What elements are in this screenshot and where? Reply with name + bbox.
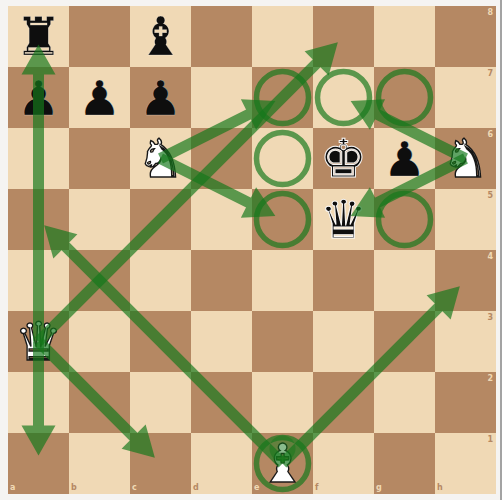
white-knight[interactable]: ♞ — [130, 128, 191, 189]
square-b1[interactable] — [69, 433, 130, 494]
square-e8[interactable] — [252, 6, 313, 67]
square-g4[interactable] — [374, 250, 435, 311]
square-d7[interactable] — [191, 67, 252, 128]
page: 87654321abcdefgh♜♝♟♟♟♞♚♟♞♛♛♝ — [0, 0, 502, 500]
square-g8[interactable] — [374, 6, 435, 67]
rank-label-2: 2 — [487, 375, 493, 383]
square-f1[interactable] — [313, 433, 374, 494]
rank-label-6: 6 — [487, 131, 493, 139]
rank-label-1: 1 — [487, 436, 493, 444]
square-e6[interactable] — [252, 128, 313, 189]
square-b5[interactable] — [69, 189, 130, 250]
file-label-g: g — [376, 484, 382, 492]
rank-label-7: 7 — [487, 70, 493, 78]
square-g3[interactable] — [374, 311, 435, 372]
square-b3[interactable] — [69, 311, 130, 372]
square-f2[interactable] — [313, 372, 374, 433]
square-c1[interactable] — [130, 433, 191, 494]
square-g5[interactable] — [374, 189, 435, 250]
file-label-c: c — [132, 484, 137, 492]
file-label-e: e — [254, 484, 259, 492]
square-d4[interactable] — [191, 250, 252, 311]
rank-label-5: 5 — [487, 192, 493, 200]
square-c2[interactable] — [130, 372, 191, 433]
square-f4[interactable] — [313, 250, 374, 311]
black-bishop[interactable]: ♝ — [130, 6, 191, 67]
square-c3[interactable] — [130, 311, 191, 372]
rank-label-3: 3 — [487, 314, 493, 322]
rank-label-8: 8 — [487, 9, 493, 17]
rank-label-4: 4 — [487, 253, 493, 261]
square-d6[interactable] — [191, 128, 252, 189]
square-a2[interactable] — [8, 372, 69, 433]
square-b2[interactable] — [69, 372, 130, 433]
square-b4[interactable] — [69, 250, 130, 311]
white-queen[interactable]: ♛ — [8, 311, 69, 372]
square-f8[interactable] — [313, 6, 374, 67]
square-f7[interactable] — [313, 67, 374, 128]
file-label-a: a — [10, 484, 15, 492]
file-label-d: d — [193, 484, 199, 492]
black-pawn[interactable]: ♟ — [8, 67, 69, 128]
square-a4[interactable] — [8, 250, 69, 311]
square-g7[interactable] — [374, 67, 435, 128]
file-label-b: b — [71, 484, 77, 492]
square-d2[interactable] — [191, 372, 252, 433]
chess-board[interactable]: 87654321abcdefgh♜♝♟♟♟♞♚♟♞♛♛♝ — [8, 6, 496, 494]
black-queen[interactable]: ♛ — [313, 189, 374, 250]
square-e3[interactable] — [252, 311, 313, 372]
square-e2[interactable] — [252, 372, 313, 433]
black-king[interactable]: ♚ — [313, 128, 374, 189]
square-d5[interactable] — [191, 189, 252, 250]
black-pawn[interactable]: ♟ — [130, 67, 191, 128]
black-pawn[interactable]: ♟ — [69, 67, 130, 128]
square-b6[interactable] — [69, 128, 130, 189]
square-a6[interactable] — [8, 128, 69, 189]
square-d3[interactable] — [191, 311, 252, 372]
file-label-h: h — [437, 484, 443, 492]
square-a1[interactable] — [8, 433, 69, 494]
square-g2[interactable] — [374, 372, 435, 433]
square-d1[interactable] — [191, 433, 252, 494]
black-rook[interactable]: ♜ — [8, 6, 69, 67]
black-pawn[interactable]: ♟ — [374, 128, 435, 189]
square-e5[interactable] — [252, 189, 313, 250]
square-d8[interactable] — [191, 6, 252, 67]
square-c4[interactable] — [130, 250, 191, 311]
square-e4[interactable] — [252, 250, 313, 311]
square-e7[interactable] — [252, 67, 313, 128]
square-a5[interactable] — [8, 189, 69, 250]
square-c5[interactable] — [130, 189, 191, 250]
square-b8[interactable] — [69, 6, 130, 67]
file-label-f: f — [315, 484, 318, 492]
square-f3[interactable] — [313, 311, 374, 372]
square-g1[interactable] — [374, 433, 435, 494]
white-bishop[interactable]: ♝ — [252, 433, 313, 494]
